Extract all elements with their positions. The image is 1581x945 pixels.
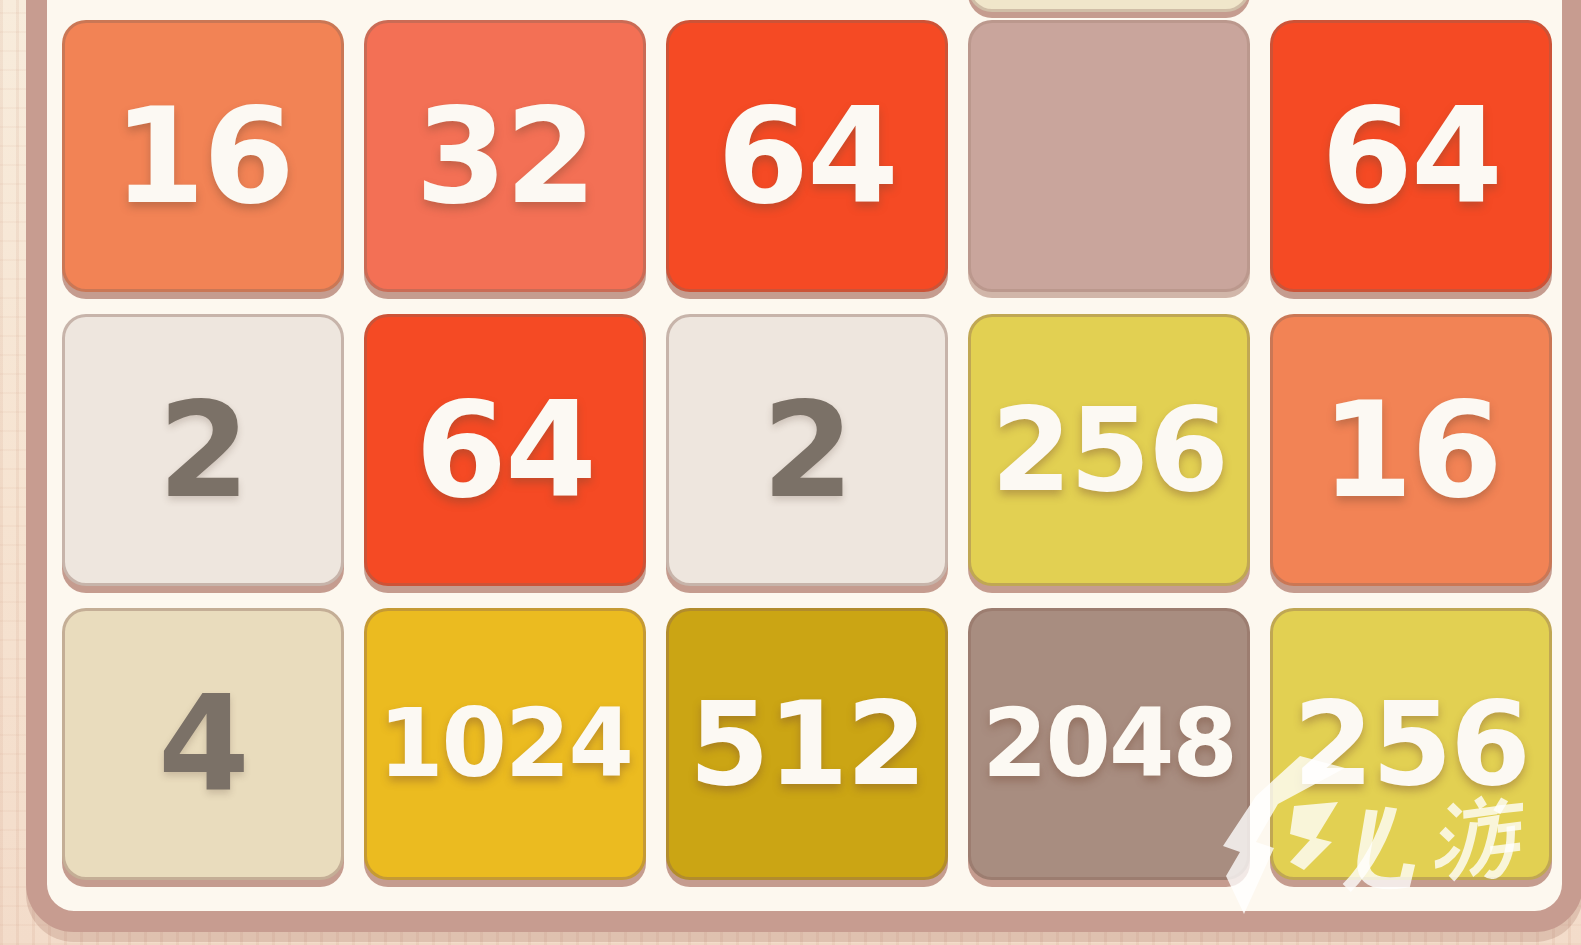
tile-grid[interactable]: 16326464264225616410245122048256 [62, 20, 1552, 880]
tile-4: 4 [62, 608, 344, 880]
tile-64: 64 [364, 314, 646, 586]
tile-value: 64 [415, 384, 595, 516]
tile-value: 512 [689, 686, 925, 802]
partial-top-tile [968, 0, 1250, 12]
tile-16: 16 [1270, 314, 1552, 586]
tile-value: 1024 [378, 697, 632, 791]
tile-value: 2 [158, 384, 248, 516]
tile-value: 256 [1293, 686, 1529, 802]
tile-value: 64 [1321, 90, 1501, 222]
tile-value: 256 [991, 392, 1227, 508]
tile-value: 2048 [982, 697, 1236, 791]
tile-value: 16 [1321, 384, 1501, 516]
tile-value: 16 [113, 90, 293, 222]
tile-512: 512 [666, 608, 948, 880]
tile-value: 32 [415, 90, 595, 222]
tile-2: 2 [62, 314, 344, 586]
tile-2: 2 [666, 314, 948, 586]
tile-1024: 1024 [364, 608, 646, 880]
tile-256: 256 [1270, 608, 1552, 880]
tile-value: 4 [158, 678, 248, 810]
tile-2048: 2048 [968, 608, 1250, 880]
page-background: 16326464264225616410245122048256 [0, 0, 1581, 945]
empty-cell [968, 20, 1250, 292]
tile-value: 64 [717, 90, 897, 222]
tile-value: 2 [762, 384, 852, 516]
tile-256: 256 [968, 314, 1250, 586]
tile-64: 64 [1270, 20, 1552, 292]
tile-16: 16 [62, 20, 344, 292]
tile-32: 32 [364, 20, 646, 292]
tile-64: 64 [666, 20, 948, 292]
